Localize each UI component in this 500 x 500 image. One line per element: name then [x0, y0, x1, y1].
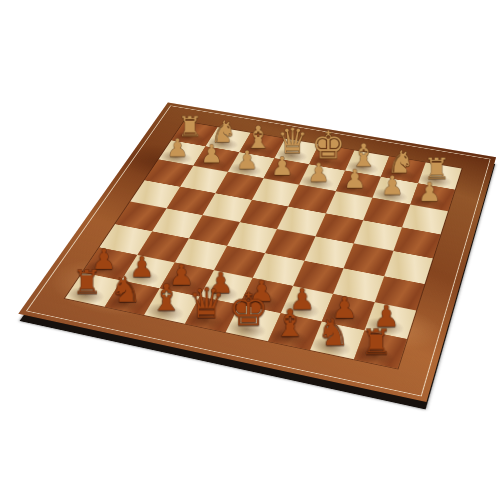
chess-board: ♜♞♝♛♚♝♞♜♟♟♟♟♟♟♟♟♟♟♟♟♟♟♟♟♜♞♝♛♚♝♞♜: [18, 103, 496, 402]
red-bishop[interactable]: ♝: [150, 279, 183, 316]
red-knight[interactable]: ♞: [316, 314, 349, 351]
light-pawn[interactable]: ♟: [307, 160, 330, 186]
red-king[interactable]: ♚: [228, 287, 269, 333]
light-pawn[interactable]: ♟: [166, 135, 188, 160]
red-rook[interactable]: ♜: [72, 266, 102, 299]
light-pawn[interactable]: ♟: [271, 153, 294, 179]
red-bishop[interactable]: ♝: [273, 304, 307, 342]
light-pawn[interactable]: ♟: [201, 141, 224, 166]
red-rook[interactable]: ♜: [361, 325, 393, 360]
red-knight[interactable]: ♞: [110, 272, 142, 308]
product-photo: ♜♞♝♛♚♝♞♜♟♟♟♟♟♟♟♟♟♟♟♟♟♟♟♟♜♞♝♛♚♝♞♜: [0, 0, 500, 500]
light-pawn[interactable]: ♟: [380, 172, 403, 198]
light-pawn[interactable]: ♟: [235, 147, 258, 172]
square-r1-c0[interactable]: ♟: [158, 140, 205, 166]
light-pawn[interactable]: ♟: [343, 166, 366, 192]
light-pawn[interactable]: ♟: [418, 179, 442, 205]
red-queen[interactable]: ♛: [188, 282, 226, 324]
